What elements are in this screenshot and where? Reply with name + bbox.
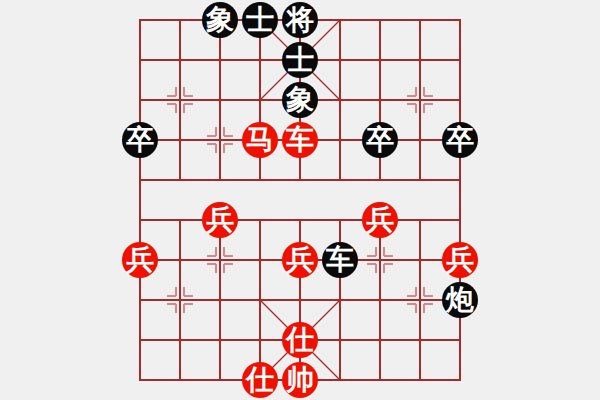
red-soldier-glyph: 兵 [122,242,158,278]
red-chariot-glyph: 车 [282,122,318,158]
piece-red-soldier[interactable]: 兵 [360,200,400,240]
red-soldier-glyph: 兵 [282,242,318,278]
piece-black-advisor[interactable]: 士 [240,0,280,40]
black-elephant-glyph: 象 [282,82,318,118]
red-soldier-glyph: 兵 [202,202,238,238]
red-advisor-glyph: 仕 [282,322,318,358]
black-advisor-glyph: 士 [242,2,278,38]
piece-red-general[interactable]: 帅 [280,360,320,400]
red-horse-glyph: 马 [242,122,278,158]
piece-black-general[interactable]: 将 [280,0,320,40]
pieces-layer: 象士将士象卒马车卒卒兵兵兵兵车兵炮仕仕帅 [120,0,480,400]
black-general-glyph: 将 [282,2,318,38]
piece-red-chariot[interactable]: 车 [280,120,320,160]
black-cannon-glyph: 炮 [442,282,478,318]
piece-red-soldier[interactable]: 兵 [200,200,240,240]
black-soldier-glyph: 卒 [442,122,478,158]
piece-red-advisor[interactable]: 仕 [240,360,280,400]
piece-black-soldier[interactable]: 卒 [440,120,480,160]
black-soldier-glyph: 卒 [122,122,158,158]
black-elephant-glyph: 象 [202,2,238,38]
piece-black-soldier[interactable]: 卒 [120,120,160,160]
xiangqi-board: 象士将士象卒马车卒卒兵兵兵兵车兵炮仕仕帅 [0,0,600,400]
piece-red-horse[interactable]: 马 [240,120,280,160]
black-advisor-glyph: 士 [282,42,318,78]
piece-red-soldier[interactable]: 兵 [440,240,480,280]
red-general-glyph: 帅 [282,362,318,398]
piece-black-chariot[interactable]: 车 [320,240,360,280]
piece-black-cannon[interactable]: 炮 [440,280,480,320]
black-chariot-glyph: 车 [322,242,358,278]
piece-black-elephant[interactable]: 象 [280,80,320,120]
piece-black-advisor[interactable]: 士 [280,40,320,80]
piece-black-elephant[interactable]: 象 [200,0,240,40]
red-soldier-glyph: 兵 [442,242,478,278]
red-advisor-glyph: 仕 [242,362,278,398]
piece-black-soldier[interactable]: 卒 [360,120,400,160]
piece-red-soldier[interactable]: 兵 [280,240,320,280]
piece-red-soldier[interactable]: 兵 [120,240,160,280]
black-soldier-glyph: 卒 [362,122,398,158]
red-soldier-glyph: 兵 [362,202,398,238]
piece-red-advisor[interactable]: 仕 [280,320,320,360]
